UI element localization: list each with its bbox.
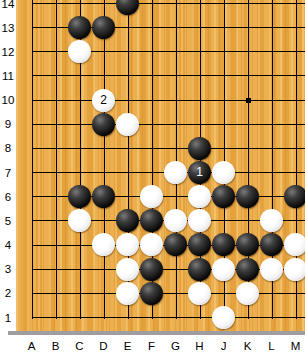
row-label-4: 4 [0,237,16,253]
black-stone-L4 [260,233,283,256]
black-stone-K4 [236,233,259,256]
black-stone-F5 [140,209,163,232]
column-label-A: A [24,338,40,354]
white-stone-L3 [260,258,283,281]
white-stone-E9 [116,113,139,136]
row-label-1: 1 [0,310,16,326]
column-label-G: G [168,338,184,354]
board-stones-grid[interactable]: 21 [20,0,306,330]
row-label-13: 13 [0,20,16,36]
black-stone-D9 [92,113,115,136]
row-label-5: 5 [0,213,16,229]
go-board-diagram: 21 1413121110987654321 ABCDEFGHJKLM [0,0,305,356]
white-stone-J1 [212,306,235,329]
black-stone-D6 [92,185,115,208]
white-stone-F4 [140,233,163,256]
white-stone-E4 [116,233,139,256]
row-label-6: 6 [0,189,16,205]
row-label-10: 10 [0,92,16,108]
move-2-stone-D10: 2 [92,89,115,112]
row-label-8: 8 [0,140,16,156]
black-stone-C6 [68,185,91,208]
white-stone-H2 [188,282,211,305]
white-stone-C5 [68,209,91,232]
column-label-K: K [240,338,256,354]
white-stone-J3 [212,258,235,281]
row-label-14: 14 [0,0,16,12]
white-stone-G7 [164,161,187,184]
black-stone-C13 [68,16,91,39]
white-stone-L5 [260,209,283,232]
column-label-H: H [192,338,208,354]
row-label-11: 11 [0,68,16,84]
black-stone-J6 [212,185,235,208]
row-label-2: 2 [0,285,16,301]
black-stone-K6 [236,185,259,208]
black-stone-D13 [92,16,115,39]
row-label-3: 3 [0,261,16,277]
column-label-B: B [48,338,64,354]
black-stone-E5 [116,209,139,232]
column-label-D: D [96,338,112,354]
row-label-12: 12 [0,44,16,60]
row-label-7: 7 [0,165,16,181]
white-stone-K2 [236,282,259,305]
black-stone-G4 [164,233,187,256]
black-stone-J4 [212,233,235,256]
black-stone-H8 [188,137,211,160]
row-label-9: 9 [0,116,16,132]
white-stone-F6 [140,185,163,208]
white-stone-J7 [212,161,235,184]
white-stone-G5 [164,209,187,232]
black-stone-H3 [188,258,211,281]
white-stone-E3 [116,258,139,281]
black-stone-M6 [284,185,305,208]
white-stone-H6 [188,185,211,208]
column-label-F: F [144,338,160,354]
white-stone-M3 [284,258,305,281]
move-1-stone-H7: 1 [188,161,211,184]
black-stone-K3 [236,258,259,281]
white-stone-E2 [116,282,139,305]
white-stone-D4 [92,233,115,256]
white-stone-C12 [68,40,91,63]
column-label-J: J [216,338,232,354]
white-stone-H5 [188,209,211,232]
white-stone-M4 [284,233,305,256]
column-label-C: C [72,338,88,354]
column-label-E: E [120,338,136,354]
board-drop-shadow [8,331,305,335]
black-stone-F2 [140,282,163,305]
column-label-M: M [288,338,304,354]
black-stone-H4 [188,233,211,256]
black-stone-E14 [116,0,139,15]
black-stone-F3 [140,258,163,281]
column-label-L: L [264,338,280,354]
